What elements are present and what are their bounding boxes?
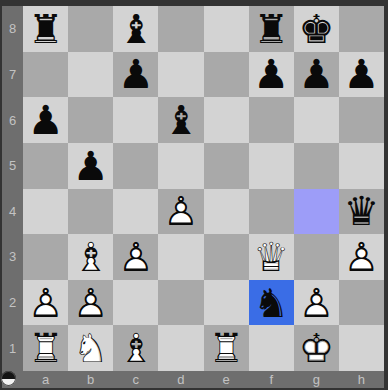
piece-white-pawn[interactable]: ♟♙ [23,280,68,326]
chess-board: ♜♝♜♚♟♟♟♟♟♝♟♟♙♛♝♗♟♙♛♕♟♙♟♙♟♙♞♟♙♜♖♞♘♝♗♜♖♚♔ [23,6,384,371]
square-g7[interactable]: ♟ [294,52,339,98]
square-g8[interactable]: ♚ [294,6,339,52]
file-label-d: d [158,371,203,388]
square-h2[interactable] [339,280,384,326]
piece-black-king[interactable]: ♚ [294,6,339,52]
square-b2[interactable]: ♟♙ [68,280,113,326]
turn-indicator-icon [1,371,16,386]
square-h1[interactable] [339,325,384,371]
rank-label-4: 4 [2,189,23,235]
square-b1[interactable]: ♞♘ [68,325,113,371]
square-g2[interactable]: ♟♙ [294,280,339,326]
piece-white-bishop[interactable]: ♝♗ [68,234,113,280]
square-b7[interactable] [68,52,113,98]
square-e8[interactable] [204,6,249,52]
square-e1[interactable]: ♜♖ [204,325,249,371]
piece-black-pawn[interactable]: ♟ [294,52,339,98]
square-a3[interactable] [23,234,68,280]
piece-white-rook[interactable]: ♜♖ [23,325,68,371]
square-f3[interactable]: ♛♕ [249,234,294,280]
square-a4[interactable] [23,189,68,235]
square-e6[interactable] [204,97,249,143]
piece-black-pawn[interactable]: ♟ [68,143,113,189]
square-h8[interactable] [339,6,384,52]
square-c3[interactable]: ♟♙ [113,234,158,280]
square-f5[interactable] [249,143,294,189]
piece-black-knight[interactable]: ♞ [249,280,294,326]
square-d4[interactable]: ♟♙ [158,189,203,235]
square-c7[interactable]: ♟ [113,52,158,98]
file-label-g: g [294,371,339,388]
file-label-f: f [249,371,294,388]
square-c6[interactable] [113,97,158,143]
chess-board-window: 8 7 6 5 4 3 2 1 ♜♝♜♚♟♟♟♟♟♝♟♟♙♛♝♗♟♙♛♕♟♙♟♙… [0,0,388,390]
piece-black-queen[interactable]: ♛ [339,189,384,235]
square-h6[interactable] [339,97,384,143]
square-a5[interactable] [23,143,68,189]
piece-white-knight[interactable]: ♞♘ [68,325,113,371]
file-label-a: a [23,371,68,388]
square-d3[interactable] [158,234,203,280]
square-e3[interactable] [204,234,249,280]
piece-white-king[interactable]: ♚♔ [294,325,339,371]
piece-black-bishop[interactable]: ♝ [113,6,158,52]
piece-white-bishop[interactable]: ♝♗ [113,325,158,371]
square-d6[interactable]: ♝ [158,97,203,143]
rank-label-2: 2 [2,280,23,326]
file-label-c: c [113,371,158,388]
square-e5[interactable] [204,143,249,189]
rank-label-1: 1 [2,325,23,371]
square-g5[interactable] [294,143,339,189]
piece-white-pawn[interactable]: ♟♙ [294,280,339,326]
square-f8[interactable]: ♜ [249,6,294,52]
square-d7[interactable] [158,52,203,98]
square-h7[interactable]: ♟ [339,52,384,98]
square-b6[interactable] [68,97,113,143]
square-h4[interactable]: ♛ [339,189,384,235]
square-a8[interactable]: ♜ [23,6,68,52]
square-g1[interactable]: ♚♔ [294,325,339,371]
rank-label-6: 6 [2,97,23,143]
piece-white-pawn[interactable]: ♟♙ [339,234,384,280]
rank-coordinates: 8 7 6 5 4 3 2 1 [2,6,23,371]
piece-black-rook[interactable]: ♜ [249,6,294,52]
square-c5[interactable] [113,143,158,189]
square-a2[interactable]: ♟♙ [23,280,68,326]
square-e2[interactable] [204,280,249,326]
square-g3[interactable] [294,234,339,280]
rank-label-3: 3 [2,234,23,280]
square-a7[interactable] [23,52,68,98]
piece-black-pawn[interactable]: ♟ [249,52,294,98]
piece-white-queen[interactable]: ♛♕ [249,234,294,280]
rank-label-5: 5 [2,143,23,189]
square-b5[interactable]: ♟ [68,143,113,189]
piece-black-pawn[interactable]: ♟ [23,97,68,143]
square-f1[interactable] [249,325,294,371]
square-c8[interactable]: ♝ [113,6,158,52]
rank-label-8: 8 [2,6,23,52]
piece-white-pawn[interactable]: ♟♙ [113,234,158,280]
square-h3[interactable]: ♟♙ [339,234,384,280]
square-e4[interactable] [204,189,249,235]
file-label-h: h [339,371,384,388]
square-g6[interactable] [294,97,339,143]
rank-label-7: 7 [2,52,23,98]
piece-black-pawn[interactable]: ♟ [339,52,384,98]
piece-black-bishop[interactable]: ♝ [158,97,203,143]
file-label-b: b [68,371,113,388]
square-b3[interactable]: ♝♗ [68,234,113,280]
square-c2[interactable] [113,280,158,326]
piece-black-pawn[interactable]: ♟ [113,52,158,98]
square-c1[interactable]: ♝♗ [113,325,158,371]
piece-white-pawn[interactable]: ♟♙ [158,189,203,235]
square-b4[interactable] [68,189,113,235]
square-a6[interactable]: ♟ [23,97,68,143]
square-d8[interactable] [158,6,203,52]
square-g4-move-from-highlight[interactable] [294,189,339,235]
square-c4[interactable] [113,189,158,235]
piece-white-rook[interactable]: ♜♖ [204,325,249,371]
file-coordinates: a b c d e f g h [2,371,384,388]
square-f6[interactable] [249,97,294,143]
square-d1[interactable] [158,325,203,371]
piece-white-pawn[interactable]: ♟♙ [68,280,113,326]
square-d5[interactable] [158,143,203,189]
piece-black-rook[interactable]: ♜ [23,6,68,52]
square-h5[interactable] [339,143,384,189]
square-a1[interactable]: ♜♖ [23,325,68,371]
square-f7[interactable]: ♟ [249,52,294,98]
file-label-e: e [204,371,249,388]
square-f4[interactable] [249,189,294,235]
square-e7[interactable] [204,52,249,98]
square-d2[interactable] [158,280,203,326]
square-b8[interactable] [68,6,113,52]
square-f2-move-to-highlight[interactable]: ♞ [249,280,294,326]
